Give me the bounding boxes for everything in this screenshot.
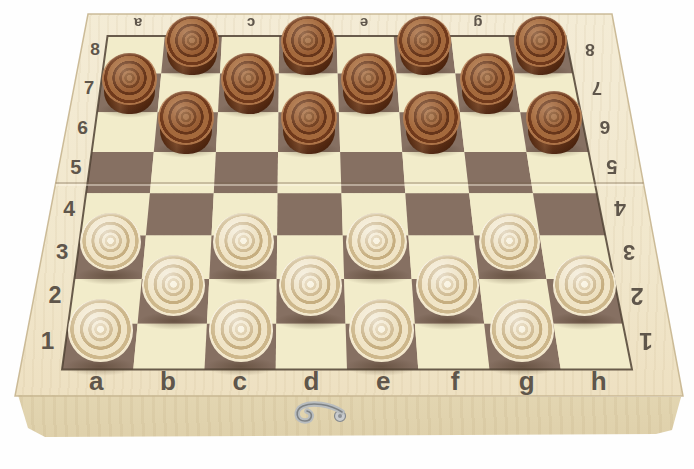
- square-b1[interactable]: [133, 324, 207, 370]
- file-label-top-e: e: [348, 16, 380, 31]
- rank-label-right-7: 7: [581, 79, 613, 97]
- square-b5[interactable]: [150, 152, 216, 193]
- checker-top-face: [403, 91, 459, 145]
- checker-top-face: [341, 53, 396, 106]
- checker-light-b2[interactable]: [142, 255, 205, 325]
- square-h1[interactable]: [554, 324, 632, 370]
- checker-top-face: [281, 91, 337, 145]
- square-b4[interactable]: [146, 193, 214, 235]
- checker-light-a3[interactable]: [80, 213, 141, 282]
- checker-dark-h8[interactable]: [514, 16, 567, 76]
- checker-top-face: [80, 213, 141, 272]
- checker-dark-e7[interactable]: [341, 53, 396, 114]
- latch-icon: [288, 399, 358, 433]
- checker-light-g3[interactable]: [479, 213, 540, 282]
- checker-top-face: [165, 16, 218, 67]
- checker-top-face: [209, 299, 274, 361]
- square-h4[interactable]: [533, 193, 605, 235]
- checker-light-e3[interactable]: [346, 213, 407, 282]
- file-label-top-a: a: [122, 16, 154, 31]
- rank-label-right-6: 6: [589, 118, 621, 137]
- checkers-board-photo: aabbccddeeffgghh8877665544332211: [0, 0, 694, 469]
- rank-label-right-3: 3: [613, 241, 645, 263]
- checker-light-h2[interactable]: [553, 255, 616, 325]
- checker-light-g1[interactable]: [490, 299, 555, 371]
- checker-light-c3[interactable]: [213, 213, 274, 282]
- square-h5[interactable]: [527, 152, 597, 193]
- file-label-top-c: c: [235, 16, 267, 31]
- checker-light-f2[interactable]: [416, 255, 479, 325]
- file-label-bottom-f: f: [439, 368, 471, 394]
- checker-top-face: [490, 299, 555, 361]
- checker-dark-g7[interactable]: [460, 53, 515, 114]
- checker-top-face: [68, 299, 133, 361]
- checker-dark-f8[interactable]: [397, 16, 450, 76]
- square-f1[interactable]: [415, 324, 490, 370]
- checker-top-face: [526, 91, 582, 145]
- checker-light-d2[interactable]: [279, 255, 342, 325]
- checker-top-face: [279, 255, 342, 315]
- checker-top-face: [221, 53, 276, 106]
- checker-top-face: [142, 255, 205, 315]
- checker-top-face: [416, 255, 479, 315]
- checker-top-face: [397, 16, 450, 67]
- rank-label-left-5: 5: [60, 157, 92, 177]
- checker-dark-c7[interactable]: [221, 53, 276, 114]
- checker-dark-d8[interactable]: [281, 16, 334, 76]
- checker-top-face: [553, 255, 616, 315]
- checker-light-e1[interactable]: [349, 299, 414, 371]
- checker-light-c1[interactable]: [209, 299, 274, 371]
- file-label-bottom-b: b: [152, 368, 184, 394]
- rank-label-right-8: 8: [574, 41, 606, 58]
- file-label-bottom-h: h: [583, 368, 615, 394]
- checker-dark-b8[interactable]: [165, 16, 218, 76]
- checker-dark-a7[interactable]: [102, 53, 157, 114]
- square-d1[interactable]: [276, 324, 347, 370]
- checker-dark-f6[interactable]: [403, 91, 459, 154]
- square-d5[interactable]: [278, 152, 342, 193]
- square-f5[interactable]: [402, 152, 469, 193]
- rank-label-right-2: 2: [621, 284, 653, 307]
- checker-top-face: [460, 53, 515, 106]
- square-g6[interactable]: [460, 112, 527, 152]
- rank-label-right-4: 4: [604, 198, 636, 219]
- rank-label-left-1: 1: [32, 329, 64, 353]
- checker-top-face: [514, 16, 567, 67]
- checker-dark-b6[interactable]: [158, 91, 214, 154]
- square-f4[interactable]: [405, 193, 474, 235]
- rank-label-right-1: 1: [630, 329, 662, 353]
- square-e5[interactable]: [340, 152, 405, 193]
- checker-light-a1[interactable]: [68, 299, 133, 371]
- square-a5[interactable]: [86, 152, 154, 193]
- checker-top-face: [349, 299, 414, 361]
- rank-label-left-2: 2: [39, 284, 71, 307]
- rank-label-left-3: 3: [46, 241, 78, 263]
- rank-label-right-5: 5: [596, 157, 628, 177]
- file-label-bottom-d: d: [296, 368, 328, 394]
- square-g5[interactable]: [464, 152, 533, 193]
- checker-dark-h6[interactable]: [526, 91, 582, 154]
- square-d4[interactable]: [277, 193, 343, 235]
- square-e6[interactable]: [339, 112, 402, 152]
- checker-dark-d6[interactable]: [281, 91, 337, 154]
- rank-label-left-6: 6: [67, 118, 99, 137]
- square-c6[interactable]: [216, 112, 279, 152]
- square-a6[interactable]: [92, 112, 158, 152]
- file-label-top-g: g: [462, 16, 494, 31]
- rank-label-left-7: 7: [73, 79, 105, 97]
- checker-top-face: [102, 53, 157, 106]
- checker-top-face: [213, 213, 274, 272]
- square-c5[interactable]: [214, 152, 278, 193]
- checker-top-face: [281, 16, 334, 67]
